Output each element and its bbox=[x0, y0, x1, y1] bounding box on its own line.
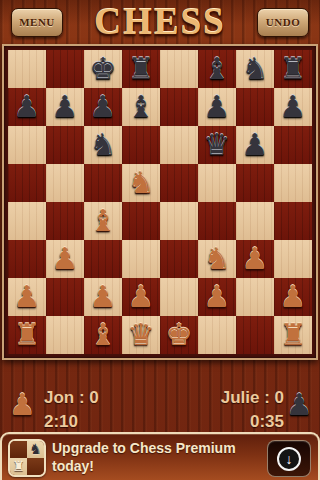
icon-knight-glyph: ♞ bbox=[27, 441, 44, 458]
square-e6[interactable] bbox=[160, 126, 198, 164]
square-d5[interactable]: ♞ bbox=[122, 164, 160, 202]
white-player-info: Jon : 0 2:10 bbox=[44, 388, 99, 432]
black-pawn-icon: ♟ bbox=[286, 388, 313, 422]
black-player-name-score: Julie : 0 bbox=[221, 388, 284, 408]
chess-board: ♚♜♝♞♜♟♟♟♝♟♟♞♛♟♞♝♟♞♟♟♟♟♟♟♜♝♛♚♜ bbox=[8, 50, 312, 354]
piece-bN-c6[interactable]: ♞ bbox=[84, 126, 122, 164]
black-player-clock: 0:35 bbox=[221, 412, 284, 432]
top-bar: MENU CHESS UNDO bbox=[0, 0, 320, 42]
ad-download-button[interactable]: ↓ bbox=[267, 440, 311, 477]
piece-wP-g3[interactable]: ♟ bbox=[236, 240, 274, 278]
square-h4[interactable] bbox=[274, 202, 312, 240]
piece-bB-f8[interactable]: ♝ bbox=[198, 50, 236, 88]
white-pawn-icon: ♟ bbox=[9, 388, 36, 422]
square-b4[interactable] bbox=[46, 202, 84, 240]
square-g2[interactable] bbox=[236, 278, 274, 316]
square-d8[interactable]: ♜ bbox=[122, 50, 160, 88]
square-c3[interactable] bbox=[84, 240, 122, 278]
piece-bP-h7[interactable]: ♟ bbox=[274, 88, 312, 126]
square-g6[interactable]: ♟ bbox=[236, 126, 274, 164]
square-h7[interactable]: ♟ bbox=[274, 88, 312, 126]
square-c6[interactable]: ♞ bbox=[84, 126, 122, 164]
piece-wR-a1[interactable]: ♜ bbox=[8, 316, 46, 354]
square-f4[interactable] bbox=[198, 202, 236, 240]
square-b7[interactable]: ♟ bbox=[46, 88, 84, 126]
square-d7[interactable]: ♝ bbox=[122, 88, 160, 126]
icon-rook-glyph: ♜ bbox=[10, 458, 27, 475]
chess-app-screen: MENU CHESS UNDO ♚♜♝♞♜♟♟♟♝♟♟♞♛♟♞♝♟♞♟♟♟♟♟♟… bbox=[0, 0, 320, 480]
square-c2[interactable]: ♟ bbox=[84, 278, 122, 316]
chess-app-icon: ♞ ♜ bbox=[8, 439, 46, 477]
square-c5[interactable] bbox=[84, 164, 122, 202]
square-f5[interactable] bbox=[198, 164, 236, 202]
square-e3[interactable] bbox=[160, 240, 198, 278]
square-h2[interactable]: ♟ bbox=[274, 278, 312, 316]
square-b8[interactable] bbox=[46, 50, 84, 88]
square-g7[interactable] bbox=[236, 88, 274, 126]
square-f2[interactable]: ♟ bbox=[198, 278, 236, 316]
board-frame: ♚♜♝♞♜♟♟♟♝♟♟♞♛♟♞♝♟♞♟♟♟♟♟♟♜♝♛♚♜ bbox=[2, 44, 318, 360]
square-a4[interactable] bbox=[8, 202, 46, 240]
ad-text-line1: Upgrade to Chess Premium bbox=[52, 439, 242, 457]
black-player-info: Julie : 0 0:35 bbox=[221, 388, 284, 432]
piece-bQ-f6[interactable]: ♛ bbox=[198, 126, 236, 164]
square-f1[interactable] bbox=[198, 316, 236, 354]
download-icon: ↓ bbox=[277, 447, 301, 471]
square-c4[interactable]: ♝ bbox=[84, 202, 122, 240]
piece-bN-g8[interactable]: ♞ bbox=[236, 50, 274, 88]
square-a6[interactable] bbox=[8, 126, 46, 164]
square-h6[interactable] bbox=[274, 126, 312, 164]
piece-wQ-d1[interactable]: ♛ bbox=[122, 316, 160, 354]
square-g5[interactable] bbox=[236, 164, 274, 202]
piece-bP-b7[interactable]: ♟ bbox=[46, 88, 84, 126]
square-b2[interactable] bbox=[46, 278, 84, 316]
square-d1[interactable]: ♛ bbox=[122, 316, 160, 354]
square-e7[interactable] bbox=[160, 88, 198, 126]
square-g1[interactable] bbox=[236, 316, 274, 354]
square-a1[interactable]: ♜ bbox=[8, 316, 46, 354]
piece-wP-h2[interactable]: ♟ bbox=[274, 278, 312, 316]
square-b6[interactable] bbox=[46, 126, 84, 164]
ad-text-line2: today! bbox=[52, 457, 242, 475]
square-b5[interactable] bbox=[46, 164, 84, 202]
square-g4[interactable] bbox=[236, 202, 274, 240]
square-e5[interactable] bbox=[160, 164, 198, 202]
square-b1[interactable] bbox=[46, 316, 84, 354]
square-a5[interactable] bbox=[8, 164, 46, 202]
square-c7[interactable]: ♟ bbox=[84, 88, 122, 126]
piece-wP-d2[interactable]: ♟ bbox=[122, 278, 160, 316]
square-h1[interactable]: ♜ bbox=[274, 316, 312, 354]
piece-wP-c2[interactable]: ♟ bbox=[84, 278, 122, 316]
piece-bP-c7[interactable]: ♟ bbox=[84, 88, 122, 126]
square-e4[interactable] bbox=[160, 202, 198, 240]
square-g3[interactable]: ♟ bbox=[236, 240, 274, 278]
square-f8[interactable]: ♝ bbox=[198, 50, 236, 88]
piece-bP-f7[interactable]: ♟ bbox=[198, 88, 236, 126]
piece-wB-c1[interactable]: ♝ bbox=[84, 316, 122, 354]
piece-wK-e1[interactable]: ♚ bbox=[160, 316, 198, 354]
piece-bP-a7[interactable]: ♟ bbox=[8, 88, 46, 126]
square-e2[interactable] bbox=[160, 278, 198, 316]
piece-wN-f3[interactable]: ♞ bbox=[198, 240, 236, 278]
square-e1[interactable]: ♚ bbox=[160, 316, 198, 354]
square-f7[interactable]: ♟ bbox=[198, 88, 236, 126]
square-f3[interactable]: ♞ bbox=[198, 240, 236, 278]
icon-dark-square bbox=[27, 458, 44, 475]
square-d2[interactable]: ♟ bbox=[122, 278, 160, 316]
square-f6[interactable]: ♛ bbox=[198, 126, 236, 164]
piece-wP-f2[interactable]: ♟ bbox=[198, 278, 236, 316]
piece-wB-c4[interactable]: ♝ bbox=[84, 202, 122, 240]
square-g8[interactable]: ♞ bbox=[236, 50, 274, 88]
piece-wP-a2[interactable]: ♟ bbox=[8, 278, 46, 316]
square-e8[interactable] bbox=[160, 50, 198, 88]
players-bar: ♟ Jon : 0 2:10 Julie : 0 0:35 ♟ bbox=[0, 360, 320, 432]
square-b3[interactable]: ♟ bbox=[46, 240, 84, 278]
square-a2[interactable]: ♟ bbox=[8, 278, 46, 316]
square-d3[interactable] bbox=[122, 240, 160, 278]
square-a3[interactable] bbox=[8, 240, 46, 278]
white-player-clock: 2:10 bbox=[44, 412, 99, 432]
white-player-name-score: Jon : 0 bbox=[44, 388, 99, 408]
ad-text: Upgrade to Chess Premium today! bbox=[52, 439, 242, 475]
square-h8[interactable]: ♜ bbox=[274, 50, 312, 88]
square-d6[interactable] bbox=[122, 126, 160, 164]
square-c8[interactable]: ♚ bbox=[84, 50, 122, 88]
icon-dark-square bbox=[10, 441, 27, 458]
piece-bR-h8[interactable]: ♜ bbox=[274, 50, 312, 88]
square-c1[interactable]: ♝ bbox=[84, 316, 122, 354]
square-a7[interactable]: ♟ bbox=[8, 88, 46, 126]
undo-button[interactable]: UNDO bbox=[257, 8, 309, 37]
square-h5[interactable] bbox=[274, 164, 312, 202]
piece-wP-b3[interactable]: ♟ bbox=[46, 240, 84, 278]
square-h3[interactable] bbox=[274, 240, 312, 278]
piece-bP-g6[interactable]: ♟ bbox=[236, 126, 274, 164]
ad-banner[interactable]: ♞ ♜ Upgrade to Chess Premium today! ↓ bbox=[0, 432, 320, 480]
square-d4[interactable] bbox=[122, 202, 160, 240]
piece-bR-d8[interactable]: ♜ bbox=[122, 50, 160, 88]
square-a8[interactable] bbox=[8, 50, 46, 88]
piece-bB-d7[interactable]: ♝ bbox=[122, 88, 160, 126]
piece-bK-c8[interactable]: ♚ bbox=[84, 50, 122, 88]
piece-wR-h1[interactable]: ♜ bbox=[274, 316, 312, 354]
piece-wN-d5[interactable]: ♞ bbox=[122, 164, 160, 202]
